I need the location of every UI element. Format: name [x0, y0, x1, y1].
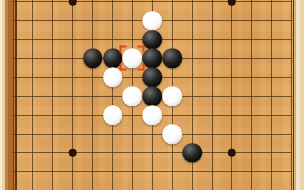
star-point — [68, 149, 77, 158]
grid-line-horizontal — [13, 1, 292, 2]
grid-line-horizontal — [13, 152, 292, 153]
star-point — [228, 0, 237, 6]
black-stone — [143, 49, 163, 69]
star-point — [68, 0, 77, 6]
grid-line-horizontal — [13, 171, 292, 172]
white-stone — [143, 105, 163, 125]
black-stone — [143, 68, 163, 88]
board-frame-right — [293, 0, 304, 190]
black-stone — [143, 86, 163, 106]
white-stone — [103, 105, 123, 125]
last-move-marker — [120, 46, 145, 71]
white-stone — [143, 11, 163, 31]
white-stone — [162, 124, 182, 144]
black-stone — [83, 49, 103, 69]
last-move-marker-corner — [138, 64, 145, 71]
grid-line-horizontal — [13, 134, 292, 135]
black-stone — [162, 49, 182, 69]
star-point — [228, 149, 237, 158]
white-stone — [162, 86, 182, 106]
last-move-marker-corner — [120, 46, 127, 53]
black-stone — [182, 143, 202, 163]
last-move-marker-corner — [120, 64, 127, 71]
white-stone — [123, 86, 143, 106]
gomoku-board[interactable] — [0, 0, 304, 190]
black-stone — [143, 30, 163, 50]
last-move-marker-corner — [138, 46, 145, 53]
